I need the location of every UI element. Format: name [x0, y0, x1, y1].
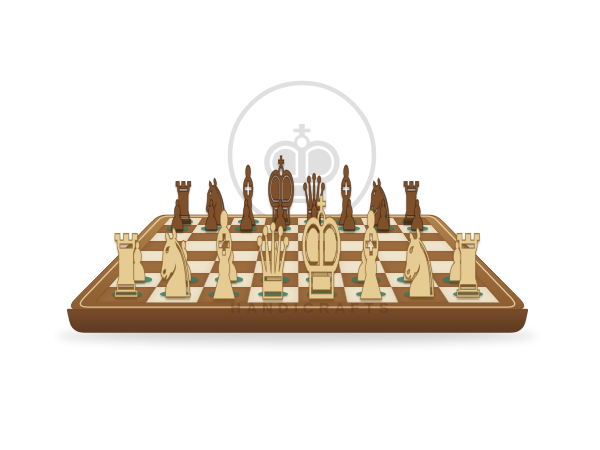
felt-base	[336, 219, 356, 224]
felt-base	[443, 276, 471, 282]
white-rook: ♜	[448, 224, 488, 311]
felt-base	[373, 226, 394, 231]
felt-base	[338, 226, 359, 231]
black-rook: ♜	[170, 175, 197, 233]
felt-base	[160, 291, 190, 298]
felt-base	[238, 219, 258, 224]
felt-base	[215, 276, 243, 282]
felt-base	[206, 219, 226, 224]
felt-base	[453, 291, 483, 298]
black-knight: ♞	[199, 170, 233, 234]
felt-base	[271, 219, 291, 224]
felt-base	[261, 276, 289, 282]
felt-base	[173, 219, 193, 224]
felt-base	[235, 226, 256, 231]
felt-base	[404, 291, 434, 298]
white-rook: ♜	[107, 224, 147, 311]
felt-base	[112, 291, 142, 298]
felt-base	[307, 291, 337, 298]
white-king: ♚	[295, 181, 350, 323]
felt-base	[258, 291, 288, 298]
white-knight: ♞	[394, 218, 445, 314]
felt-base	[270, 226, 291, 231]
product-photo[interactable]: ♚ HANDICRAFTS ♜♞♝♚♛♝♞♜♟♟♟♟♟♟♟♟♟♟♟♟♟♟♟♟♜♞…	[0, 0, 600, 450]
black-queen: ♛	[298, 165, 329, 236]
felt-base	[306, 276, 334, 282]
white-knight: ♞	[150, 218, 201, 314]
white-bishop: ♝	[347, 196, 394, 318]
felt-base	[369, 219, 389, 224]
felt-base	[209, 291, 239, 298]
black-knight: ♞	[362, 170, 396, 234]
felt-base	[201, 226, 222, 231]
felt-base	[124, 276, 152, 282]
black-rook: ♜	[398, 175, 425, 233]
felt-base	[397, 276, 425, 282]
pieces-layer: ♜♞♝♚♛♝♞♜♟♟♟♟♟♟♟♟♟♟♟♟♟♟♟♟♜♞♝♛♚♝♞♜	[0, 0, 600, 450]
felt-base	[304, 226, 325, 231]
felt-base	[356, 291, 386, 298]
felt-base	[402, 219, 422, 224]
felt-base	[407, 226, 428, 231]
felt-base	[304, 219, 324, 224]
felt-base	[352, 276, 380, 282]
felt-base	[167, 226, 188, 231]
felt-base	[169, 276, 197, 282]
white-bishop: ♝	[201, 196, 248, 318]
white-queen: ♛	[250, 210, 297, 315]
